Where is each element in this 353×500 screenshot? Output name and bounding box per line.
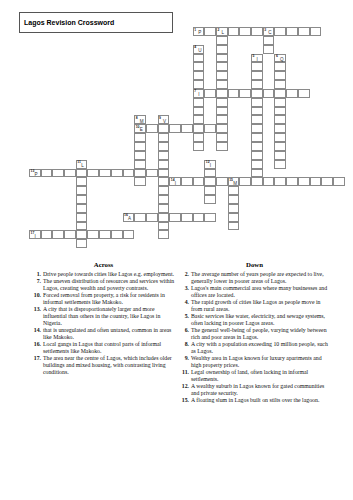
- empty-space: [64, 133, 76, 142]
- grid-cell[interactable]: [251, 98, 263, 107]
- grid-cell[interactable]: [134, 151, 146, 160]
- grid-cell[interactable]: [298, 177, 310, 186]
- empty-space: [321, 36, 333, 45]
- empty-space: [169, 133, 181, 142]
- empty-space: [333, 195, 345, 204]
- clue-number: 4: [194, 45, 196, 49]
- empty-space: [123, 124, 135, 133]
- empty-space: [286, 195, 298, 204]
- grid-cell[interactable]: [239, 89, 251, 98]
- empty-space: [169, 80, 181, 89]
- grid-cell[interactable]: [204, 213, 216, 222]
- empty-space: [111, 213, 123, 222]
- empty-space: [181, 151, 193, 160]
- empty-space: [298, 124, 310, 133]
- grid-cell[interactable]: [216, 62, 228, 71]
- empty-space: [111, 239, 123, 248]
- empty-space: [298, 115, 310, 124]
- across-clue-item: 16.Local gangs in Lagos that control par…: [30, 341, 177, 355]
- clue-number: 8.: [178, 341, 189, 355]
- empty-space: [64, 80, 76, 89]
- grid-cell[interactable]: [310, 177, 322, 186]
- clue-number: 2.: [178, 271, 189, 285]
- grid-cell[interactable]: [158, 230, 170, 239]
- empty-space: [181, 98, 193, 107]
- grid-cell[interactable]: [134, 213, 146, 222]
- grid-cell[interactable]: [181, 177, 193, 186]
- empty-space: [76, 115, 88, 124]
- grid-cell[interactable]: 9V: [158, 115, 170, 124]
- empty-space: [286, 186, 298, 195]
- grid-cell[interactable]: 3C: [263, 27, 275, 36]
- grid-cell[interactable]: [158, 151, 170, 160]
- empty-space: [239, 160, 251, 169]
- grid-cell[interactable]: [274, 160, 286, 169]
- empty-space: [298, 195, 310, 204]
- grid-cell[interactable]: [134, 133, 146, 142]
- empty-space: [123, 89, 135, 98]
- grid-cell[interactable]: [158, 186, 170, 195]
- grid-cell[interactable]: [204, 177, 216, 186]
- grid-cell[interactable]: [64, 230, 76, 239]
- grid-cell[interactable]: 15M: [228, 177, 240, 186]
- grid-cell[interactable]: [123, 169, 135, 178]
- grid-cell[interactable]: [216, 89, 228, 98]
- grid-cell[interactable]: [286, 177, 298, 186]
- empty-space: [99, 160, 111, 169]
- grid-cell[interactable]: [158, 124, 170, 133]
- grid-cell[interactable]: [52, 169, 64, 178]
- empty-space: [76, 98, 88, 107]
- grid-cell[interactable]: [228, 186, 240, 195]
- empty-space: [76, 62, 88, 71]
- grid-cell[interactable]: [216, 80, 228, 89]
- grid-cell[interactable]: [216, 98, 228, 107]
- grid-cell[interactable]: [64, 169, 76, 178]
- grid-cell[interactable]: [286, 89, 298, 98]
- empty-space: [123, 142, 135, 151]
- empty-space: [263, 62, 275, 71]
- grid-cell[interactable]: [204, 169, 216, 178]
- grid-cell[interactable]: [204, 186, 216, 195]
- grid-cell[interactable]: [298, 27, 310, 36]
- grid-cell[interactable]: [310, 27, 322, 36]
- empty-space: [64, 186, 76, 195]
- grid-cell[interactable]: 5I: [251, 54, 263, 63]
- grid-cell[interactable]: [76, 204, 88, 213]
- empty-space: [263, 142, 275, 151]
- empty-space: [181, 45, 193, 54]
- grid-cell[interactable]: [204, 195, 216, 204]
- clue-number: 6.: [178, 327, 189, 341]
- grid-cell[interactable]: [274, 89, 286, 98]
- grid-cell[interactable]: [134, 169, 146, 178]
- grid-cell[interactable]: [274, 98, 286, 107]
- clue-number: 9: [159, 116, 161, 120]
- grid-cell[interactable]: [193, 177, 205, 186]
- empty-space: [87, 160, 99, 169]
- empty-space: [239, 169, 251, 178]
- empty-space: [286, 115, 298, 124]
- empty-space: [134, 98, 146, 107]
- grid-cell[interactable]: [251, 80, 263, 89]
- empty-space: [99, 213, 111, 222]
- empty-space: [99, 151, 111, 160]
- grid-cell[interactable]: [216, 115, 228, 124]
- grid-cell[interactable]: [158, 213, 170, 222]
- empty-space: [193, 169, 205, 178]
- empty-space: [239, 124, 251, 133]
- clue-number: 11.: [178, 369, 189, 383]
- empty-space: [146, 133, 158, 142]
- grid-cell[interactable]: [76, 195, 88, 204]
- empty-space: [321, 230, 333, 239]
- grid-cell[interactable]: [146, 124, 158, 133]
- grid-cell[interactable]: [251, 115, 263, 124]
- empty-space: [111, 151, 123, 160]
- grid-cell[interactable]: [99, 169, 111, 178]
- empty-space: [169, 186, 181, 195]
- grid-cell[interactable]: [263, 177, 275, 186]
- grid-cell[interactable]: [251, 151, 263, 160]
- grid-cell[interactable]: 12I: [204, 160, 216, 169]
- empty-space: [52, 204, 64, 213]
- empty-space: [239, 230, 251, 239]
- grid-cell[interactable]: 10E: [134, 124, 146, 133]
- grid-cell[interactable]: [251, 133, 263, 142]
- empty-space: [239, 80, 251, 89]
- grid-cell[interactable]: [251, 107, 263, 116]
- empty-space: [52, 186, 64, 195]
- grid-cell[interactable]: [228, 204, 240, 213]
- grid-cell[interactable]: 1P: [193, 27, 205, 36]
- clue-number: 15.: [178, 397, 189, 404]
- empty-space: [41, 27, 53, 36]
- grid-cell[interactable]: 16A: [123, 213, 135, 222]
- empty-space: [321, 54, 333, 63]
- empty-space: [29, 222, 41, 231]
- grid-cell[interactable]: [251, 27, 263, 36]
- grid-cell[interactable]: [274, 142, 286, 151]
- grid-cell[interactable]: [158, 133, 170, 142]
- grid-cell[interactable]: [216, 54, 228, 63]
- grid-cell[interactable]: [52, 230, 64, 239]
- grid-cell[interactable]: [193, 71, 205, 80]
- grid-cell[interactable]: 2L: [216, 27, 228, 36]
- first-letter-hint: C: [268, 30, 271, 35]
- grid-cell[interactable]: [193, 98, 205, 107]
- empty-space: [158, 239, 170, 248]
- empty-space: [41, 71, 53, 80]
- empty-space: [239, 62, 251, 71]
- grid-cell[interactable]: [251, 169, 263, 178]
- empty-space: [87, 62, 99, 71]
- empty-space: [87, 213, 99, 222]
- empty-space: [87, 115, 99, 124]
- empty-space: [181, 80, 193, 89]
- grid-cell[interactable]: [274, 151, 286, 160]
- grid-cell[interactable]: [158, 195, 170, 204]
- grid-cell[interactable]: [216, 45, 228, 54]
- empty-space: [169, 98, 181, 107]
- empty-space: [239, 107, 251, 116]
- empty-space: [310, 80, 322, 89]
- empty-space: [64, 124, 76, 133]
- grid-cell[interactable]: [158, 160, 170, 169]
- empty-space: [274, 239, 286, 248]
- grid-cell[interactable]: [251, 142, 263, 151]
- grid-cell[interactable]: [216, 133, 228, 142]
- grid-cell[interactable]: [228, 213, 240, 222]
- empty-space: [310, 169, 322, 178]
- empty-space: [64, 62, 76, 71]
- grid-cell[interactable]: [251, 124, 263, 133]
- grid-cell[interactable]: [274, 80, 286, 89]
- grid-cell[interactable]: [239, 27, 251, 36]
- grid-cell[interactable]: [216, 124, 228, 133]
- empty-space: [169, 169, 181, 178]
- grid-cell[interactable]: [169, 124, 181, 133]
- grid-cell[interactable]: 17I: [29, 230, 41, 239]
- empty-space: [263, 186, 275, 195]
- empty-space: [52, 213, 64, 222]
- grid-cell[interactable]: [87, 169, 99, 178]
- grid-cell[interactable]: [181, 213, 193, 222]
- empty-space: [41, 89, 53, 98]
- empty-space: [216, 186, 228, 195]
- grid-cell[interactable]: [193, 142, 205, 151]
- empty-space: [310, 213, 322, 222]
- grid-cell[interactable]: [76, 177, 88, 186]
- grid-cell[interactable]: [321, 177, 333, 186]
- empty-space: [29, 62, 41, 71]
- empty-space: [52, 133, 64, 142]
- down-clue-item: 15.A floating slum in Lagos built on sti…: [178, 397, 331, 404]
- grid-cell[interactable]: [111, 230, 123, 239]
- empty-space: [181, 186, 193, 195]
- empty-space: [41, 80, 53, 89]
- grid-cell[interactable]: [123, 230, 135, 239]
- empty-space: [158, 89, 170, 98]
- grid-cell[interactable]: [193, 80, 205, 89]
- grid-cell[interactable]: [87, 230, 99, 239]
- empty-space: [41, 151, 53, 160]
- grid-cell[interactable]: [76, 222, 88, 231]
- empty-space: [52, 54, 64, 63]
- grid-cell[interactable]: [216, 107, 228, 116]
- empty-space: [204, 133, 216, 142]
- first-letter-hint: P: [198, 30, 201, 35]
- grid-cell[interactable]: [158, 204, 170, 213]
- empty-space: [216, 195, 228, 204]
- grid-cell[interactable]: [41, 230, 53, 239]
- empty-space: [169, 230, 181, 239]
- grid-cell[interactable]: [76, 213, 88, 222]
- grid-cell[interactable]: [251, 160, 263, 169]
- grid-cell[interactable]: [158, 222, 170, 231]
- grid-cell[interactable]: [239, 177, 251, 186]
- clue-number: 7.: [30, 278, 41, 292]
- empty-space: [274, 204, 286, 213]
- empty-space: [321, 195, 333, 204]
- empty-space: [263, 98, 275, 107]
- grid-cell[interactable]: [228, 27, 240, 36]
- grid-cell[interactable]: [134, 160, 146, 169]
- grid-cell[interactable]: 14I: [169, 177, 181, 186]
- empty-space: [181, 160, 193, 169]
- grid-cell[interactable]: [228, 89, 240, 98]
- grid-cell[interactable]: [76, 230, 88, 239]
- clue-text: The uneven distribution of resources and…: [43, 278, 177, 292]
- empty-space: [239, 45, 251, 54]
- empty-space: [298, 239, 310, 248]
- grid-cell[interactable]: [216, 71, 228, 80]
- empty-space: [146, 160, 158, 169]
- empty-space: [228, 142, 240, 151]
- grid-cell[interactable]: [274, 62, 286, 71]
- empty-space: [239, 98, 251, 107]
- empty-space: [111, 142, 123, 151]
- empty-space: [41, 204, 53, 213]
- empty-space: [146, 54, 158, 63]
- empty-space: [310, 230, 322, 239]
- grid-cell[interactable]: [216, 36, 228, 45]
- grid-cell[interactable]: 6Q: [274, 54, 286, 63]
- grid-cell[interactable]: [274, 107, 286, 116]
- empty-space: [193, 186, 205, 195]
- grid-cell[interactable]: [76, 186, 88, 195]
- grid-cell[interactable]: [193, 54, 205, 63]
- grid-cell[interactable]: [111, 169, 123, 178]
- grid-cell[interactable]: [298, 89, 310, 98]
- empty-space: [123, 204, 135, 213]
- empty-space: [158, 45, 170, 54]
- grid-cell[interactable]: [158, 169, 170, 178]
- grid-cell[interactable]: [333, 177, 345, 186]
- grid-cell[interactable]: [251, 71, 263, 80]
- grid-cell[interactable]: [193, 124, 205, 133]
- grid-cell[interactable]: 13P: [29, 169, 41, 178]
- grid-cell[interactable]: [274, 124, 286, 133]
- grid-cell[interactable]: [263, 89, 275, 98]
- grid-cell[interactable]: [193, 115, 205, 124]
- grid-cell[interactable]: [251, 62, 263, 71]
- grid-cell[interactable]: [286, 27, 298, 36]
- grid-cell[interactable]: 4U: [193, 45, 205, 54]
- grid-cell[interactable]: [204, 124, 216, 133]
- empty-space: [87, 239, 99, 248]
- empty-space: [99, 195, 111, 204]
- empty-space: [99, 71, 111, 80]
- grid-cell[interactable]: [251, 177, 263, 186]
- clue-number: 3: [264, 28, 266, 32]
- first-letter-hint: M: [233, 181, 237, 186]
- empty-space: [29, 142, 41, 151]
- empty-space: [333, 89, 345, 98]
- empty-space: [123, 36, 135, 45]
- grid-cell[interactable]: 7I: [193, 89, 205, 98]
- grid-cell[interactable]: [158, 142, 170, 151]
- empty-space: [193, 222, 205, 231]
- grid-cell[interactable]: [193, 213, 205, 222]
- empty-space: [298, 71, 310, 80]
- grid-cell[interactable]: [134, 142, 146, 151]
- grid-cell[interactable]: [193, 107, 205, 116]
- grid-cell[interactable]: [274, 27, 286, 36]
- grid-cell[interactable]: [193, 133, 205, 142]
- grid-cell[interactable]: [146, 169, 158, 178]
- grid-cell[interactable]: [216, 142, 228, 151]
- grid-cell[interactable]: [76, 239, 88, 248]
- empty-space: [41, 239, 53, 248]
- grid-cell[interactable]: [274, 115, 286, 124]
- grid-cell[interactable]: [228, 222, 240, 231]
- grid-cell[interactable]: [263, 36, 275, 45]
- grid-cell[interactable]: [41, 169, 53, 178]
- grid-cell[interactable]: [146, 213, 158, 222]
- grid-cell[interactable]: [204, 89, 216, 98]
- grid-cell[interactable]: [99, 230, 111, 239]
- empty-space: [333, 80, 345, 89]
- grid-cell[interactable]: [274, 71, 286, 80]
- empty-space: [286, 142, 298, 151]
- empty-space: [169, 107, 181, 116]
- empty-space: [286, 36, 298, 45]
- empty-space: [134, 45, 146, 54]
- grid-cell[interactable]: [263, 45, 275, 54]
- empty-space: [87, 89, 99, 98]
- grid-cell[interactable]: [76, 169, 88, 178]
- empty-space: [239, 71, 251, 80]
- grid-cell[interactable]: [274, 177, 286, 186]
- grid-cell[interactable]: [204, 27, 216, 36]
- grid-cell[interactable]: [228, 195, 240, 204]
- empty-space: [321, 62, 333, 71]
- empty-space: [64, 36, 76, 45]
- empty-space: [99, 124, 111, 133]
- grid-cell[interactable]: [134, 177, 146, 186]
- empty-space: [251, 239, 263, 248]
- empty-space: [169, 54, 181, 63]
- grid-cell[interactable]: [169, 213, 181, 222]
- empty-space: [263, 71, 275, 80]
- empty-space: [321, 151, 333, 160]
- empty-space: [146, 151, 158, 160]
- grid-cell[interactable]: 8M: [134, 115, 146, 124]
- empty-space: [29, 71, 41, 80]
- empty-space: [193, 230, 205, 239]
- grid-cell[interactable]: 11L: [76, 160, 88, 169]
- empty-space: [134, 80, 146, 89]
- grid-cell[interactable]: [181, 124, 193, 133]
- empty-space: [298, 222, 310, 231]
- empty-space: [298, 213, 310, 222]
- first-letter-hint: V: [163, 119, 166, 124]
- grid-cell[interactable]: [193, 62, 205, 71]
- empty-space: [146, 177, 158, 186]
- grid-cell[interactable]: [274, 133, 286, 142]
- empty-space: [181, 230, 193, 239]
- grid-cell[interactable]: [216, 177, 228, 186]
- empty-space: [263, 222, 275, 231]
- grid-cell[interactable]: [158, 177, 170, 186]
- empty-space: [52, 36, 64, 45]
- empty-space: [333, 230, 345, 239]
- empty-space: [87, 186, 99, 195]
- empty-space: [228, 80, 240, 89]
- empty-space: [87, 204, 99, 213]
- grid-cell[interactable]: [251, 89, 263, 98]
